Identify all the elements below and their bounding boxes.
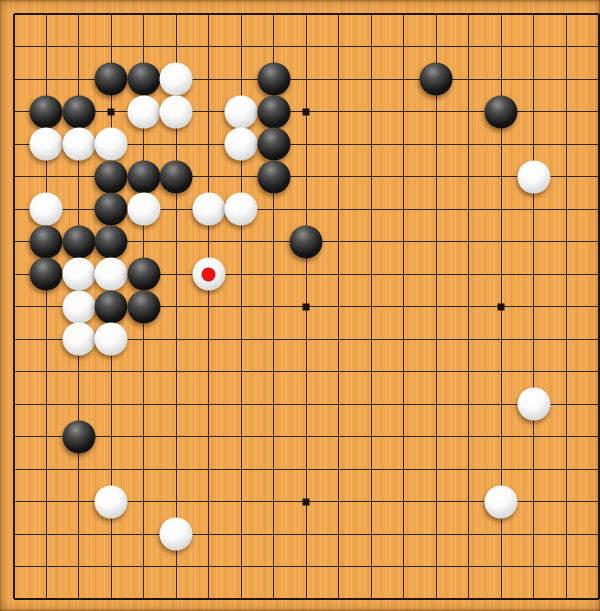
intersection[interactable] [30,486,62,518]
intersection[interactable] [420,226,452,258]
intersection[interactable] [550,63,582,95]
intersection[interactable] [95,161,127,193]
intersection[interactable] [485,551,517,583]
intersection[interactable] [485,356,517,388]
intersection[interactable] [420,193,452,225]
intersection[interactable] [160,193,192,225]
intersection[interactable] [583,63,600,95]
intersection[interactable] [225,388,257,420]
intersection[interactable] [453,0,485,30]
intersection[interactable] [518,551,550,583]
intersection[interactable] [258,31,290,63]
intersection[interactable] [128,518,160,550]
intersection[interactable] [30,96,62,128]
intersection[interactable] [225,31,257,63]
intersection[interactable] [453,453,485,485]
intersection[interactable] [323,258,355,290]
intersection[interactable] [225,226,257,258]
intersection[interactable] [420,258,452,290]
intersection[interactable] [518,583,550,611]
intersection[interactable] [160,291,192,323]
intersection[interactable] [290,388,322,420]
intersection[interactable] [225,128,257,160]
intersection[interactable] [95,96,127,128]
intersection[interactable] [420,128,452,160]
intersection[interactable] [290,356,322,388]
intersection[interactable] [95,388,127,420]
intersection[interactable] [420,486,452,518]
intersection[interactable] [453,291,485,323]
intersection[interactable] [518,323,550,355]
intersection[interactable] [160,161,192,193]
intersection[interactable] [453,258,485,290]
intersection[interactable] [420,31,452,63]
intersection[interactable] [583,486,600,518]
intersection[interactable] [388,356,420,388]
intersection[interactable] [30,388,62,420]
intersection[interactable] [420,0,452,30]
intersection[interactable] [485,161,517,193]
intersection[interactable] [30,356,62,388]
intersection[interactable] [550,518,582,550]
intersection[interactable] [30,193,62,225]
intersection[interactable] [160,518,192,550]
intersection[interactable] [63,583,95,611]
intersection[interactable] [63,551,95,583]
intersection[interactable] [355,193,387,225]
intersection[interactable] [355,31,387,63]
intersection[interactable] [128,453,160,485]
intersection[interactable] [193,518,225,550]
intersection[interactable] [355,421,387,453]
intersection[interactable] [30,0,62,30]
intersection[interactable] [128,323,160,355]
intersection[interactable] [30,63,62,95]
intersection[interactable] [550,551,582,583]
intersection[interactable] [290,486,322,518]
intersection[interactable] [355,388,387,420]
intersection[interactable] [258,161,290,193]
intersection[interactable] [550,323,582,355]
intersection[interactable] [583,356,600,388]
intersection[interactable] [485,63,517,95]
intersection[interactable] [290,63,322,95]
intersection[interactable] [128,0,160,30]
intersection[interactable] [355,63,387,95]
intersection[interactable] [518,356,550,388]
intersection[interactable] [193,96,225,128]
intersection[interactable] [30,551,62,583]
intersection[interactable] [583,161,600,193]
intersection[interactable] [323,96,355,128]
intersection[interactable] [30,583,62,611]
intersection[interactable] [420,356,452,388]
intersection[interactable] [95,291,127,323]
intersection[interactable] [355,518,387,550]
intersection[interactable] [258,551,290,583]
intersection[interactable] [290,193,322,225]
intersection[interactable] [30,258,62,290]
intersection[interactable] [550,388,582,420]
intersection[interactable] [550,0,582,30]
intersection[interactable] [160,226,192,258]
intersection[interactable] [160,486,192,518]
intersection[interactable] [0,486,30,518]
intersection[interactable] [290,551,322,583]
intersection[interactable] [95,518,127,550]
intersection[interactable] [550,453,582,485]
intersection[interactable] [160,356,192,388]
intersection[interactable] [485,193,517,225]
intersection[interactable] [355,486,387,518]
intersection[interactable] [95,31,127,63]
intersection[interactable] [583,518,600,550]
intersection[interactable] [0,63,30,95]
intersection[interactable] [63,323,95,355]
intersection[interactable] [290,583,322,611]
intersection[interactable] [193,258,225,290]
intersection[interactable] [290,0,322,30]
intersection[interactable] [388,453,420,485]
intersection[interactable] [225,453,257,485]
intersection[interactable] [258,518,290,550]
intersection[interactable] [355,258,387,290]
intersection[interactable] [63,453,95,485]
intersection[interactable] [518,96,550,128]
intersection[interactable] [453,551,485,583]
intersection[interactable] [323,486,355,518]
intersection[interactable] [258,583,290,611]
intersection[interactable] [63,421,95,453]
intersection[interactable] [290,453,322,485]
intersection[interactable] [0,258,30,290]
intersection[interactable] [63,518,95,550]
intersection[interactable] [0,583,30,611]
intersection[interactable] [550,356,582,388]
intersection[interactable] [388,161,420,193]
intersection[interactable] [63,291,95,323]
intersection[interactable] [193,128,225,160]
intersection[interactable] [30,323,62,355]
intersection[interactable] [355,128,387,160]
intersection[interactable] [193,291,225,323]
intersection[interactable] [290,291,322,323]
intersection[interactable] [355,96,387,128]
intersection[interactable] [290,323,322,355]
intersection[interactable] [518,161,550,193]
intersection[interactable] [388,291,420,323]
intersection[interactable] [63,0,95,30]
intersection[interactable] [160,421,192,453]
intersection[interactable] [323,291,355,323]
intersection[interactable] [0,388,30,420]
intersection[interactable] [128,31,160,63]
intersection[interactable] [63,226,95,258]
intersection[interactable] [453,63,485,95]
intersection[interactable] [128,583,160,611]
intersection[interactable] [388,193,420,225]
intersection[interactable] [225,583,257,611]
intersection[interactable] [193,486,225,518]
intersection[interactable] [258,193,290,225]
intersection[interactable] [258,226,290,258]
intersection[interactable] [0,453,30,485]
intersection[interactable] [290,421,322,453]
intersection[interactable] [420,453,452,485]
intersection[interactable] [550,258,582,290]
intersection[interactable] [388,226,420,258]
intersection[interactable] [323,453,355,485]
intersection[interactable] [193,421,225,453]
intersection[interactable] [583,0,600,30]
intersection[interactable] [30,453,62,485]
intersection[interactable] [225,356,257,388]
intersection[interactable] [420,551,452,583]
intersection[interactable] [128,161,160,193]
intersection[interactable] [518,453,550,485]
intersection[interactable] [485,128,517,160]
intersection[interactable] [63,193,95,225]
intersection[interactable] [550,161,582,193]
intersection[interactable] [0,96,30,128]
intersection[interactable] [485,583,517,611]
intersection[interactable] [193,0,225,30]
intersection[interactable] [583,583,600,611]
intersection[interactable] [225,161,257,193]
intersection[interactable] [420,518,452,550]
intersection[interactable] [95,486,127,518]
intersection[interactable] [258,356,290,388]
intersection[interactable] [63,63,95,95]
intersection[interactable] [355,226,387,258]
intersection[interactable] [388,518,420,550]
intersection[interactable] [485,31,517,63]
intersection[interactable] [453,128,485,160]
intersection[interactable] [225,96,257,128]
intersection[interactable] [355,356,387,388]
intersection[interactable] [95,356,127,388]
intersection[interactable] [518,193,550,225]
intersection[interactable] [355,323,387,355]
intersection[interactable] [0,193,30,225]
intersection[interactable] [225,323,257,355]
intersection[interactable] [550,291,582,323]
intersection[interactable] [355,583,387,611]
intersection[interactable] [388,323,420,355]
intersection[interactable] [550,128,582,160]
intersection[interactable] [583,388,600,420]
intersection[interactable] [485,486,517,518]
intersection[interactable] [95,323,127,355]
intersection[interactable] [323,551,355,583]
intersection[interactable] [550,226,582,258]
intersection[interactable] [453,226,485,258]
intersection[interactable] [323,161,355,193]
intersection[interactable] [583,31,600,63]
intersection[interactable] [160,128,192,160]
intersection[interactable] [420,161,452,193]
intersection[interactable] [193,193,225,225]
intersection[interactable] [0,291,30,323]
intersection[interactable] [128,356,160,388]
intersection[interactable] [518,63,550,95]
intersection[interactable] [63,388,95,420]
intersection[interactable] [63,161,95,193]
intersection[interactable] [0,323,30,355]
intersection[interactable] [193,551,225,583]
intersection[interactable] [95,453,127,485]
intersection[interactable] [420,421,452,453]
intersection[interactable] [453,161,485,193]
intersection[interactable] [160,31,192,63]
intersection[interactable] [388,551,420,583]
intersection[interactable] [485,323,517,355]
intersection[interactable] [95,583,127,611]
intersection[interactable] [323,0,355,30]
intersection[interactable] [355,453,387,485]
intersection[interactable] [225,551,257,583]
intersection[interactable] [388,0,420,30]
intersection[interactable] [388,421,420,453]
intersection[interactable] [583,226,600,258]
intersection[interactable] [323,31,355,63]
intersection[interactable] [323,193,355,225]
intersection[interactable] [0,356,30,388]
intersection[interactable] [128,551,160,583]
intersection[interactable] [160,258,192,290]
intersection[interactable] [355,161,387,193]
intersection[interactable] [420,63,452,95]
intersection[interactable] [583,453,600,485]
intersection[interactable] [323,128,355,160]
intersection[interactable] [583,96,600,128]
intersection[interactable] [225,421,257,453]
intersection[interactable] [485,0,517,30]
intersection[interactable] [128,486,160,518]
intersection[interactable] [258,421,290,453]
intersection[interactable] [290,161,322,193]
intersection[interactable] [258,486,290,518]
intersection[interactable] [193,583,225,611]
intersection[interactable] [193,31,225,63]
intersection[interactable] [420,388,452,420]
intersection[interactable] [420,583,452,611]
intersection[interactable] [355,0,387,30]
intersection[interactable] [388,258,420,290]
intersection[interactable] [30,128,62,160]
intersection[interactable] [0,551,30,583]
intersection[interactable] [355,551,387,583]
intersection[interactable] [225,486,257,518]
intersection[interactable] [485,453,517,485]
intersection[interactable] [323,388,355,420]
intersection[interactable] [518,388,550,420]
intersection[interactable] [128,63,160,95]
intersection[interactable] [225,0,257,30]
intersection[interactable] [160,323,192,355]
intersection[interactable] [453,356,485,388]
intersection[interactable] [0,0,30,30]
intersection[interactable] [290,128,322,160]
intersection[interactable] [193,63,225,95]
intersection[interactable] [290,96,322,128]
intersection[interactable] [323,226,355,258]
intersection[interactable] [30,421,62,453]
intersection[interactable] [95,193,127,225]
intersection[interactable] [485,518,517,550]
intersection[interactable] [485,226,517,258]
intersection[interactable] [258,63,290,95]
intersection[interactable] [160,551,192,583]
intersection[interactable] [453,518,485,550]
intersection[interactable] [420,96,452,128]
intersection[interactable] [518,421,550,453]
intersection[interactable] [388,486,420,518]
intersection[interactable] [258,291,290,323]
intersection[interactable] [258,258,290,290]
intersection[interactable] [485,96,517,128]
intersection[interactable] [193,161,225,193]
intersection[interactable] [583,258,600,290]
intersection[interactable] [550,486,582,518]
intersection[interactable] [95,226,127,258]
intersection[interactable] [323,518,355,550]
intersection[interactable] [453,421,485,453]
intersection[interactable] [0,421,30,453]
intersection[interactable] [583,551,600,583]
intersection[interactable] [290,31,322,63]
intersection[interactable] [323,356,355,388]
intersection[interactable] [128,388,160,420]
intersection[interactable] [258,323,290,355]
intersection[interactable] [453,388,485,420]
intersection[interactable] [290,258,322,290]
intersection[interactable] [128,193,160,225]
intersection[interactable] [550,583,582,611]
intersection[interactable] [63,356,95,388]
intersection[interactable] [323,63,355,95]
intersection[interactable] [258,0,290,30]
intersection[interactable] [388,388,420,420]
intersection[interactable] [95,421,127,453]
intersection[interactable] [453,486,485,518]
intersection[interactable] [30,518,62,550]
intersection[interactable] [63,258,95,290]
intersection[interactable] [323,583,355,611]
intersection[interactable] [453,96,485,128]
intersection[interactable] [30,226,62,258]
intersection[interactable] [95,63,127,95]
intersection[interactable] [128,96,160,128]
intersection[interactable] [95,128,127,160]
intersection[interactable] [128,421,160,453]
intersection[interactable] [583,128,600,160]
intersection[interactable] [518,518,550,550]
intersection[interactable] [453,583,485,611]
intersection[interactable] [0,128,30,160]
intersection[interactable] [290,518,322,550]
intersection[interactable] [583,323,600,355]
intersection[interactable] [63,128,95,160]
intersection[interactable] [160,96,192,128]
intersection[interactable] [160,583,192,611]
intersection[interactable] [225,291,257,323]
intersection[interactable] [518,258,550,290]
intersection[interactable] [550,96,582,128]
intersection[interactable] [485,291,517,323]
intersection[interactable] [518,31,550,63]
intersection[interactable] [193,323,225,355]
